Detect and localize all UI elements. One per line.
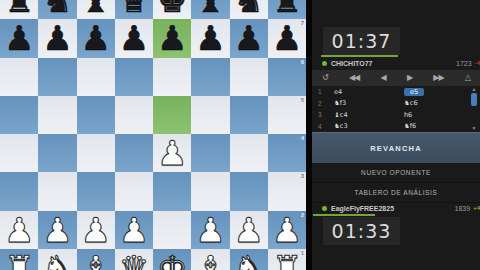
bottom-player-name[interactable]: EagleFlyFREE2825 [331, 205, 394, 212]
piece-white-pawn-a2[interactable]: ♟ [0, 211, 38, 249]
square-f5[interactable] [191, 96, 229, 134]
piece-white-bishop-c1[interactable]: ♝ [77, 249, 115, 270]
scroll-up-icon[interactable]: ▲ [472, 87, 477, 92]
rematch-button[interactable]: REVANCHA [312, 132, 480, 163]
square-a8[interactable]: ♜ [0, 0, 38, 19]
piece-black-pawn-b7[interactable]: ♟ [38, 19, 76, 57]
move-row-3: 3♝c4h6 [312, 109, 480, 121]
square-d4[interactable] [115, 134, 153, 172]
move-row-1: 1e4e5 [312, 86, 480, 98]
square-a4[interactable] [0, 134, 38, 172]
piece-black-rook-h8[interactable]: ♜ [268, 0, 306, 19]
rank-coordinate-label: 2 [301, 212, 304, 218]
square-f2[interactable]: ♟ [191, 211, 229, 249]
move-2-black[interactable]: ♞c6 [404, 99, 418, 107]
square-a3[interactable] [0, 172, 38, 210]
piece-white-pawn-g2[interactable]: ♟ [230, 211, 268, 249]
square-g4[interactable] [230, 134, 268, 172]
square-c6[interactable] [77, 58, 115, 96]
move-4-black[interactable]: ♞f6 [404, 122, 416, 130]
square-d6[interactable] [115, 58, 153, 96]
scroll-down-icon[interactable]: ▼ [472, 126, 477, 131]
piece-white-knight-b1[interactable]: ♞ [38, 249, 76, 270]
move-3-black[interactable]: h6 [404, 111, 412, 119]
move-2-white[interactable]: ♞f3 [334, 99, 346, 107]
square-b4[interactable] [38, 134, 76, 172]
square-a2[interactable]: ♟ [0, 211, 38, 249]
piece-black-pawn-d7[interactable]: ♟ [115, 19, 153, 57]
piece-white-king-e1[interactable]: ♚ [153, 249, 191, 270]
previous-move-icon[interactable]: ◀ [380, 70, 385, 86]
square-c7[interactable]: ♟ [77, 19, 115, 57]
move-number: 4 [318, 123, 334, 130]
analysis-board-button[interactable]: TABLERO DE ANÁLISIS [312, 183, 480, 203]
square-g8[interactable]: ♞ [230, 0, 268, 19]
analysis-icon[interactable]: △ [465, 70, 470, 86]
square-h7[interactable]: ♟7 [268, 19, 306, 57]
bottom-player-rating-change: +4 [473, 205, 480, 211]
move-number: 1 [318, 88, 334, 95]
piece-black-bishop-f8[interactable]: ♝ [191, 0, 229, 19]
square-h8[interactable]: ♜8 [268, 0, 306, 19]
move-3-white[interactable]: ♝c4 [334, 111, 348, 119]
move-list: 1e4e52♞f3♞c63♝c4h64♞c3♞f6 [312, 86, 480, 132]
square-c8[interactable]: ♝ [77, 0, 115, 19]
new-opponent-button[interactable]: NUEVO OPONENTE [312, 163, 480, 183]
piece-black-pawn-a7[interactable]: ♟ [0, 19, 38, 57]
square-f3[interactable] [191, 172, 229, 210]
rank-coordinate-label: 3 [301, 173, 304, 179]
move-4-white[interactable]: ♞c3 [334, 122, 348, 130]
online-status-icon [322, 61, 327, 66]
square-e4[interactable]: ♟ [153, 134, 191, 172]
square-h4[interactable]: 4 [268, 134, 306, 172]
square-e3[interactable] [153, 172, 191, 210]
square-f7[interactable]: ♟ [191, 19, 229, 57]
top-player-rating-change: -4 [475, 60, 480, 66]
piece-white-pawn-e4[interactable]: ♟ [153, 134, 191, 172]
top-player-name[interactable]: CHICHITO77 [331, 60, 373, 67]
square-c2[interactable]: ♟ [77, 211, 115, 249]
move-row-2: 2♞f3♞c6 [312, 98, 480, 110]
square-c3[interactable] [77, 172, 115, 210]
flip-board-icon[interactable]: ↺ [322, 70, 328, 86]
square-f1[interactable]: ♝ [191, 249, 229, 270]
piece-black-pawn-f7[interactable]: ♟ [191, 19, 229, 57]
rank-coordinate-label: 7 [301, 20, 304, 26]
chess-board[interactable]: ♜♞♝♛♚♝♞♜8♟♟♟♟♟♟♟♟765♟43♟♟♟♟♟♟♟2♜♞♝♛♚♝♞♜1 [0, 0, 306, 270]
square-d5[interactable] [115, 96, 153, 134]
move-navigation-toolbar: ↺ ◀◀ ◀ ▶ ▶▶ △ [312, 70, 480, 86]
move-list-scrollbar[interactable]: ▲ ▼ [470, 87, 478, 131]
square-h2[interactable]: ♟2 [268, 211, 306, 249]
square-b2[interactable]: ♟ [38, 211, 76, 249]
piece-black-pawn-e7[interactable]: ♟ [153, 19, 191, 57]
square-e1[interactable]: ♚ [153, 249, 191, 270]
square-d2[interactable]: ♟ [115, 211, 153, 249]
chess-board-viewport: ♜♞♝♛♚♝♞♜8♟♟♟♟♟♟♟♟765♟43♟♟♟♟♟♟♟2♜♞♝♛♚♝♞♜1 [0, 0, 306, 270]
square-d8[interactable]: ♛ [115, 0, 153, 19]
square-b3[interactable] [38, 172, 76, 210]
square-e2[interactable] [153, 211, 191, 249]
square-e6[interactable] [153, 58, 191, 96]
top-player-clock: 01:37 [323, 27, 400, 55]
square-b7[interactable]: ♟ [38, 19, 76, 57]
piece-black-queen-d8[interactable]: ♛ [115, 0, 153, 19]
piece-white-pawn-b2[interactable]: ♟ [38, 211, 76, 249]
square-f4[interactable] [191, 134, 229, 172]
square-g6[interactable] [230, 58, 268, 96]
square-g1[interactable]: ♞ [230, 249, 268, 270]
piece-black-king-e8[interactable]: ♚ [153, 0, 191, 19]
piece-white-queen-d1[interactable]: ♛ [115, 249, 153, 270]
piece-black-pawn-g7[interactable]: ♟ [230, 19, 268, 57]
bottom-player-rating: 1839 [455, 205, 474, 212]
rank-coordinate-label: 4 [301, 135, 304, 141]
online-status-icon [322, 206, 327, 211]
move-number: 2 [318, 100, 334, 107]
piece-black-knight-b8[interactable]: ♞ [38, 0, 76, 19]
square-b1[interactable]: ♞ [38, 249, 76, 270]
piece-white-pawn-d2[interactable]: ♟ [115, 211, 153, 249]
last-move-icon[interactable]: ▶▶ [433, 70, 443, 86]
square-d7[interactable]: ♟ [115, 19, 153, 57]
first-move-icon[interactable]: ◀◀ [349, 70, 359, 86]
move-1-black[interactable]: e5 [404, 88, 424, 96]
bottom-player-row: EagleFlyFREE2825 1839 +4 [312, 202, 480, 214]
rank-coordinate-label: 1 [301, 250, 304, 256]
piece-black-pawn-c7[interactable]: ♟ [77, 19, 115, 57]
square-a5[interactable] [0, 96, 38, 134]
square-a1[interactable]: ♜ [0, 249, 38, 270]
piece-white-bishop-f1[interactable]: ♝ [191, 249, 229, 270]
piece-white-pawn-f2[interactable]: ♟ [191, 211, 229, 249]
square-d3[interactable] [115, 172, 153, 210]
piece-white-rook-a1[interactable]: ♜ [0, 249, 38, 270]
square-b5[interactable] [38, 96, 76, 134]
rank-coordinate-label: 5 [301, 97, 304, 103]
square-d1[interactable]: ♛ [115, 249, 153, 270]
square-h5[interactable]: 5 [268, 96, 306, 134]
square-b6[interactable] [38, 58, 76, 96]
piece-black-rook-a8[interactable]: ♜ [0, 0, 38, 19]
square-g2[interactable]: ♟ [230, 211, 268, 249]
move-number: 3 [318, 111, 334, 118]
move-row-4: 4♞c3♞f6 [312, 121, 480, 133]
square-f8[interactable]: ♝ [191, 0, 229, 19]
square-g5[interactable] [230, 96, 268, 134]
square-c1[interactable]: ♝ [77, 249, 115, 270]
piece-white-pawn-c2[interactable]: ♟ [77, 211, 115, 249]
top-player-row: CHICHITO77 1723 -4 [312, 57, 480, 69]
move-1-white[interactable]: e4 [334, 88, 342, 96]
square-h3[interactable]: 3 [268, 172, 306, 210]
bottom-clock-time-bar [313, 214, 375, 216]
bottom-player-clock: 01:33 [323, 217, 400, 245]
top-player-rating: 1723 [456, 60, 475, 67]
game-side-panel: 01:37 CHICHITO77 1723 -4 ↺ ◀◀ ◀ ▶ ▶▶ △ 1… [312, 0, 480, 270]
rank-coordinate-label: 6 [301, 59, 304, 65]
square-b8[interactable]: ♞ [38, 0, 76, 19]
scrollbar-thumb[interactable] [471, 93, 477, 106]
next-move-icon[interactable]: ▶ [407, 70, 412, 86]
square-g3[interactable] [230, 172, 268, 210]
square-h1[interactable]: ♜1 [268, 249, 306, 270]
square-c4[interactable] [77, 134, 115, 172]
square-g7[interactable]: ♟ [230, 19, 268, 57]
square-h6[interactable]: 6 [268, 58, 306, 96]
square-e7[interactable]: ♟ [153, 19, 191, 57]
square-a7[interactable]: ♟ [0, 19, 38, 57]
square-e8[interactable]: ♚ [153, 0, 191, 19]
piece-black-knight-g8[interactable]: ♞ [230, 0, 268, 19]
piece-black-bishop-c8[interactable]: ♝ [77, 0, 115, 19]
piece-white-knight-g1[interactable]: ♞ [230, 249, 268, 270]
square-a6[interactable] [0, 58, 38, 96]
square-c5[interactable] [77, 96, 115, 134]
square-f6[interactable] [191, 58, 229, 96]
square-e5[interactable] [153, 96, 191, 134]
